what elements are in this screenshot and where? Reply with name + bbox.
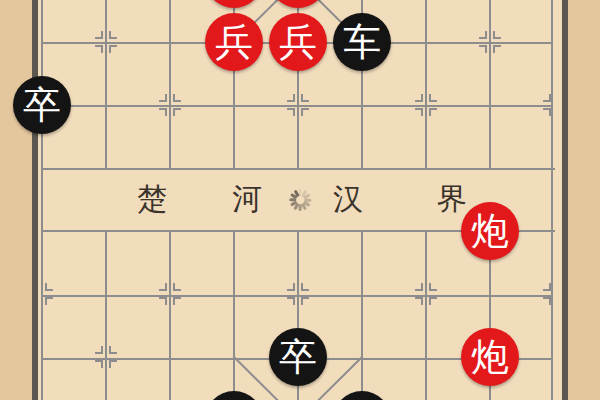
board-cell [425,0,489,42]
board-cell [105,232,169,295]
piece-red-cannon-h5[interactable]: 炮 [461,202,519,260]
piece-red-soldier-e2[interactable]: 兵 [269,13,327,71]
river-left-edge-line [41,168,43,232]
spinner-ray [299,204,302,211]
board-cell [297,105,361,168]
board-cell [297,232,361,295]
spinner-ray [289,199,296,202]
loading-spinner-icon [287,187,313,213]
board-cell [169,295,233,358]
board-cell [41,0,105,42]
xiangqi-board: 楚 河 汉 界 兵兵兵兵车卒炮卒炮卒卒 [0,0,600,400]
board-cell [489,42,553,105]
board-cell [233,105,297,168]
piece-black-chariot-f2[interactable]: 车 [333,13,391,71]
board-cell [41,232,105,295]
board-cell [233,232,297,295]
board-cell [41,295,105,358]
piece-red-soldier-d2[interactable]: 兵 [205,13,263,71]
piece-red-cannon-h7[interactable]: 炮 [461,328,519,386]
board-cell [105,42,169,105]
piece-black-soldier-e7[interactable]: 卒 [269,328,327,386]
board-cell [169,105,233,168]
board-cell [41,358,105,400]
board-cell [425,105,489,168]
board-cell [425,42,489,105]
board-cell [361,232,425,295]
board-cell [105,358,169,400]
board-cell [169,232,233,295]
river-right-edge-line [551,168,553,232]
board-cell [489,0,553,42]
piece-black-soldier-a3[interactable]: 卒 [13,76,71,134]
board-cell [105,0,169,42]
board-cell [105,105,169,168]
board-cell [361,295,425,358]
board-cell [489,105,553,168]
board-cell [361,105,425,168]
board-cell [105,295,169,358]
